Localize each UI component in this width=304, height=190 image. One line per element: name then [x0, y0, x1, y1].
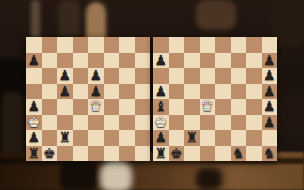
square-d4[interactable]: ♛ — [200, 99, 216, 115]
square-b8[interactable] — [42, 37, 58, 53]
piece-wK-a3[interactable]: ♚ — [27, 114, 40, 130]
piece-bP-e6[interactable]: ♟ — [89, 68, 102, 84]
piece-bP-a7[interactable]: ♟ — [154, 52, 167, 68]
square-d7[interactable] — [200, 53, 216, 69]
square-c8[interactable] — [184, 37, 200, 53]
background-tan-piece-top — [86, 2, 106, 42]
square-g5[interactable] — [119, 84, 135, 100]
square-e2[interactable] — [215, 130, 231, 146]
square-c6[interactable] — [184, 68, 200, 84]
square-g4[interactable] — [246, 99, 262, 115]
square-e8[interactable] — [215, 37, 231, 53]
square-d4[interactable] — [73, 99, 89, 115]
square-g2[interactable] — [246, 130, 262, 146]
square-e5[interactable] — [215, 84, 231, 100]
square-g2[interactable] — [119, 130, 135, 146]
piece-bK-b1[interactable]: ♚ — [43, 145, 56, 161]
square-a6[interactable] — [26, 68, 42, 84]
square-b8[interactable] — [169, 37, 185, 53]
piece-bN-h1[interactable]: ♞ — [263, 145, 276, 161]
square-c1[interactable] — [57, 146, 73, 162]
square-f3[interactable] — [231, 115, 247, 131]
square-e6[interactable] — [215, 68, 231, 84]
square-d2[interactable] — [200, 130, 216, 146]
square-g3[interactable] — [119, 115, 135, 131]
square-b6[interactable] — [169, 68, 185, 84]
square-e3[interactable] — [215, 115, 231, 131]
square-b5[interactable] — [169, 84, 185, 100]
square-e1[interactable] — [88, 146, 104, 162]
piece-wK-a3[interactable]: ♚ — [154, 114, 167, 130]
piece-bP-h3[interactable]: ♟ — [263, 114, 276, 130]
piece-bR-a1[interactable]: ♜ — [27, 145, 40, 161]
square-d3[interactable] — [200, 115, 216, 131]
square-c8[interactable] — [57, 37, 73, 53]
square-f6[interactable] — [104, 68, 120, 84]
piece-bP-h7[interactable]: ♟ — [263, 52, 276, 68]
square-g3[interactable] — [246, 115, 262, 131]
square-c5[interactable]: ♟ — [57, 84, 73, 100]
square-d5[interactable] — [73, 84, 89, 100]
square-d8[interactable] — [200, 37, 216, 53]
square-h6[interactable] — [135, 68, 151, 84]
square-d6[interactable] — [73, 68, 89, 84]
piece-bP-a7[interactable]: ♟ — [27, 52, 40, 68]
square-b4[interactable] — [42, 99, 58, 115]
square-e8[interactable] — [88, 37, 104, 53]
square-g8[interactable] — [119, 37, 135, 53]
left-board[interactable]: ♟♟♟♟♟♟♛♚♟♜♜♚ — [26, 37, 150, 161]
screenshot-stage: ♟♟♟♟♟♟♛♚♟♜♜♚ ♟♟♟♟♟♝♛♟♚♟♟♜♜♚♞♞ — [0, 0, 304, 190]
square-d3[interactable] — [73, 115, 89, 131]
background-dark-piece-bottom-right — [196, 168, 222, 190]
square-c7[interactable] — [184, 53, 200, 69]
square-c5[interactable] — [184, 84, 200, 100]
square-f7[interactable] — [104, 53, 120, 69]
square-c2[interactable]: ♜ — [57, 130, 73, 146]
square-b4[interactable] — [169, 99, 185, 115]
square-b7[interactable] — [169, 53, 185, 69]
square-d8[interactable] — [73, 37, 89, 53]
square-h3[interactable] — [135, 115, 151, 131]
square-e7[interactable] — [215, 53, 231, 69]
square-g8[interactable] — [246, 37, 262, 53]
square-e1[interactable] — [215, 146, 231, 162]
square-c4[interactable] — [57, 99, 73, 115]
square-g6[interactable] — [119, 68, 135, 84]
piece-bP-a2[interactable]: ♟ — [154, 130, 167, 146]
square-f4[interactable] — [104, 99, 120, 115]
piece-bP-a5[interactable]: ♟ — [154, 83, 167, 99]
square-b3[interactable] — [169, 115, 185, 131]
background-white-pawn-bottom — [100, 158, 132, 190]
piece-wQ-e4[interactable]: ♛ — [89, 99, 102, 115]
background-piece-group-top — [196, 0, 236, 30]
square-f6[interactable] — [231, 68, 247, 84]
square-h5[interactable] — [135, 84, 151, 100]
square-a1[interactable]: ♜ — [153, 146, 169, 162]
piece-bR-a1[interactable]: ♜ — [154, 145, 167, 161]
square-f1[interactable] — [104, 146, 120, 162]
square-f3[interactable] — [104, 115, 120, 131]
piece-bR-c2[interactable]: ♜ — [58, 130, 71, 146]
square-h8[interactable] — [135, 37, 151, 53]
square-f5[interactable] — [104, 84, 120, 100]
piece-bP-c6[interactable]: ♟ — [58, 68, 71, 84]
square-a1[interactable]: ♜ — [26, 146, 42, 162]
piece-bP-h6[interactable]: ♟ — [263, 68, 276, 84]
piece-bP-e5[interactable]: ♟ — [89, 83, 102, 99]
piece-bP-h4[interactable]: ♟ — [263, 99, 276, 115]
background-pole — [31, 0, 40, 38]
square-h3[interactable]: ♟ — [262, 115, 278, 131]
square-b3[interactable] — [42, 115, 58, 131]
square-g1[interactable] — [119, 146, 135, 162]
square-f8[interactable] — [231, 37, 247, 53]
square-a7[interactable]: ♟ — [26, 53, 42, 69]
square-f2[interactable] — [104, 130, 120, 146]
square-b1[interactable]: ♚ — [42, 146, 58, 162]
square-e4[interactable] — [215, 99, 231, 115]
square-c4[interactable] — [184, 99, 200, 115]
square-b7[interactable] — [42, 53, 58, 69]
piece-bB-a4[interactable]: ♝ — [154, 99, 167, 115]
square-d2[interactable] — [73, 130, 89, 146]
square-g7[interactable] — [246, 53, 262, 69]
square-h7[interactable] — [135, 53, 151, 69]
square-b1[interactable]: ♚ — [169, 146, 185, 162]
square-h4[interactable] — [135, 99, 151, 115]
piece-bN-f1[interactable]: ♞ — [232, 145, 245, 161]
square-d7[interactable] — [73, 53, 89, 69]
square-b5[interactable] — [42, 84, 58, 100]
square-h1[interactable]: ♞ — [262, 146, 278, 162]
piece-bP-a4[interactable]: ♟ — [27, 99, 40, 115]
piece-bK-b1[interactable]: ♚ — [170, 145, 183, 161]
piece-wQ-d4[interactable]: ♛ — [201, 99, 214, 115]
square-f5[interactable] — [231, 84, 247, 100]
square-d1[interactable] — [200, 146, 216, 162]
square-f4[interactable] — [231, 99, 247, 115]
square-g5[interactable] — [246, 84, 262, 100]
square-a7[interactable]: ♟ — [153, 53, 169, 69]
background-dark-piece-top — [58, 0, 80, 36]
piece-bP-a2[interactable]: ♟ — [27, 130, 40, 146]
right-board[interactable]: ♟♟♟♟♟♝♛♟♚♟♟♜♜♚♞♞ — [153, 37, 277, 161]
square-c1[interactable] — [184, 146, 200, 162]
square-g6[interactable] — [246, 68, 262, 84]
square-g4[interactable] — [119, 99, 135, 115]
square-g1[interactable] — [246, 146, 262, 162]
square-e2[interactable] — [88, 130, 104, 146]
square-g7[interactable] — [119, 53, 135, 69]
background-dark-pieces-bottom — [60, 162, 98, 190]
square-e4[interactable]: ♛ — [88, 99, 104, 115]
square-b6[interactable] — [42, 68, 58, 84]
square-d1[interactable] — [73, 146, 89, 162]
square-f8[interactable] — [104, 37, 120, 53]
square-f7[interactable] — [231, 53, 247, 69]
square-d6[interactable] — [200, 68, 216, 84]
square-c2[interactable]: ♜ — [184, 130, 200, 146]
square-f1[interactable]: ♞ — [231, 146, 247, 162]
square-h2[interactable] — [135, 130, 151, 146]
piece-bP-c5[interactable]: ♟ — [58, 83, 71, 99]
square-e3[interactable] — [88, 115, 104, 131]
piece-bP-h5[interactable]: ♟ — [263, 83, 276, 99]
square-h1[interactable] — [135, 146, 151, 162]
piece-bR-c2[interactable]: ♜ — [185, 130, 198, 146]
